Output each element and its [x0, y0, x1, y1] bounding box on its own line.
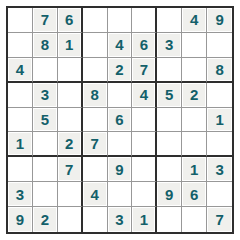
given-digit: 3 — [109, 208, 131, 231]
cell-r8c5[interactable] — [108, 182, 133, 207]
empty-cell — [109, 183, 131, 205]
cell-r9c5[interactable]: 3 — [108, 207, 133, 232]
given-digit: 2 — [109, 59, 131, 80]
empty-cell — [34, 158, 56, 180]
empty-cell — [208, 133, 231, 154]
cell-r2c4[interactable] — [83, 33, 108, 58]
cell-r9c2[interactable]: 2 — [33, 207, 58, 232]
given-digit: 2 — [34, 208, 56, 231]
cell-r5c5[interactable]: 6 — [108, 108, 133, 133]
empty-cell — [59, 84, 80, 106]
given-digit: 4 — [9, 59, 31, 80]
cell-r1c4[interactable] — [83, 8, 108, 33]
cell-r1c1[interactable] — [8, 8, 33, 33]
empty-cell — [9, 9, 31, 31]
cell-r7c2[interactable] — [33, 157, 58, 182]
cell-r3c6[interactable]: 7 — [132, 58, 157, 83]
given-digit: 2 — [183, 84, 205, 106]
cell-r5c8[interactable] — [182, 108, 207, 133]
empty-cell — [84, 9, 106, 31]
given-digit: 4 — [183, 9, 205, 31]
given-digit: 9 — [9, 208, 31, 231]
empty-cell — [133, 158, 154, 180]
cell-r8c2[interactable] — [33, 182, 58, 207]
given-digit: 5 — [34, 109, 56, 131]
empty-cell — [84, 158, 106, 180]
cell-r1c9[interactable]: 9 — [207, 8, 232, 33]
empty-cell — [208, 84, 231, 106]
cell-r3c2[interactable] — [33, 58, 58, 83]
given-digit: 1 — [208, 109, 231, 131]
empty-cell — [133, 183, 154, 205]
cell-r9c1[interactable]: 9 — [8, 207, 33, 232]
sudoku-app: 7649814634278384525611277913349692317 — [0, 0, 240, 240]
cell-r1c7[interactable] — [157, 8, 182, 33]
empty-cell — [84, 208, 106, 231]
empty-cell — [84, 34, 106, 56]
cell-r4c2[interactable]: 3 — [33, 83, 58, 108]
given-digit: 5 — [158, 84, 180, 106]
given-digit: 8 — [84, 84, 106, 106]
cell-r8c7[interactable]: 9 — [157, 182, 182, 207]
cell-r6c5[interactable] — [108, 132, 133, 157]
cell-r3c5[interactable]: 2 — [108, 58, 133, 83]
given-digit: 7 — [34, 9, 56, 31]
empty-cell — [158, 59, 180, 80]
cell-r2c5[interactable]: 4 — [108, 33, 133, 58]
sudoku-board: 7649814634278384525611277913349692317 — [6, 6, 234, 234]
cell-r2c9[interactable] — [207, 33, 232, 58]
given-digit: 3 — [9, 183, 31, 205]
given-digit: 6 — [183, 183, 205, 205]
empty-cell — [9, 109, 31, 131]
empty-cell — [84, 59, 106, 80]
empty-cell — [183, 59, 205, 80]
cell-r6c8[interactable] — [182, 132, 207, 157]
cell-r4c9[interactable] — [207, 83, 232, 108]
cell-r7c3[interactable]: 7 — [58, 157, 83, 182]
given-digit: 4 — [133, 84, 154, 106]
cell-r6c7[interactable] — [157, 132, 182, 157]
cell-r4c4[interactable]: 8 — [83, 83, 108, 108]
cell-r6c3[interactable]: 2 — [58, 132, 83, 157]
cell-r9c3[interactable] — [58, 207, 83, 232]
given-digit: 1 — [59, 34, 80, 56]
given-digit: 1 — [9, 133, 31, 154]
cell-r1c3[interactable]: 6 — [58, 8, 83, 33]
cell-r6c4[interactable]: 7 — [83, 132, 108, 157]
given-digit: 1 — [133, 208, 154, 231]
cell-r3c4[interactable] — [83, 58, 108, 83]
cell-r4c5[interactable] — [108, 83, 133, 108]
empty-cell — [158, 9, 180, 31]
given-digit: 3 — [208, 158, 231, 180]
cell-r3c7[interactable] — [157, 58, 182, 83]
cell-r2c7[interactable]: 3 — [157, 33, 182, 58]
given-digit: 8 — [208, 59, 231, 80]
empty-cell — [59, 183, 80, 205]
cell-r1c2[interactable]: 7 — [33, 8, 58, 33]
empty-cell — [34, 183, 56, 205]
given-digit: 6 — [133, 34, 154, 56]
empty-cell — [34, 59, 56, 80]
cell-r5c2[interactable]: 5 — [33, 108, 58, 133]
empty-cell — [158, 208, 180, 231]
cell-r5c7[interactable] — [157, 108, 182, 133]
cell-r8c6[interactable] — [132, 182, 157, 207]
cell-r5c4[interactable] — [83, 108, 108, 133]
cell-r3c3[interactable] — [58, 58, 83, 83]
given-digit: 4 — [84, 183, 106, 205]
cell-r2c3[interactable]: 1 — [58, 33, 83, 58]
empty-cell — [208, 34, 231, 56]
empty-cell — [183, 208, 205, 231]
empty-cell — [59, 109, 80, 131]
cell-r1c6[interactable] — [132, 8, 157, 33]
cell-r7c4[interactable] — [83, 157, 108, 182]
given-digit: 6 — [109, 109, 131, 131]
given-digit: 9 — [208, 9, 231, 31]
cell-r3c8[interactable] — [182, 58, 207, 83]
empty-cell — [133, 133, 154, 154]
cell-r9c7[interactable] — [157, 207, 182, 232]
cell-r1c8[interactable]: 4 — [182, 8, 207, 33]
cell-r9c4[interactable] — [83, 207, 108, 232]
cell-r8c9[interactable] — [207, 182, 232, 207]
empty-cell — [158, 133, 180, 154]
given-digit: 9 — [158, 183, 180, 205]
empty-cell — [109, 84, 131, 106]
given-digit: 7 — [59, 158, 80, 180]
cell-r6c2[interactable] — [33, 132, 58, 157]
cell-r6c1[interactable]: 1 — [8, 132, 33, 157]
empty-cell — [183, 34, 205, 56]
empty-cell — [59, 59, 80, 80]
empty-cell — [9, 84, 31, 106]
empty-cell — [9, 34, 31, 56]
empty-cell — [133, 9, 154, 31]
given-digit: 4 — [109, 34, 131, 56]
cell-r7c6[interactable] — [132, 157, 157, 182]
cell-r4c7[interactable]: 5 — [157, 83, 182, 108]
given-digit: 6 — [59, 9, 80, 31]
cell-r8c8[interactable]: 6 — [182, 182, 207, 207]
cell-r8c1[interactable]: 3 — [8, 182, 33, 207]
cell-r5c9[interactable]: 1 — [207, 108, 232, 133]
cell-r4c6[interactable]: 4 — [132, 83, 157, 108]
empty-cell — [59, 208, 80, 231]
cell-r9c6[interactable]: 1 — [132, 207, 157, 232]
empty-cell — [109, 133, 131, 154]
cell-r1c5[interactable] — [108, 8, 133, 33]
cell-r3c9[interactable]: 8 — [207, 58, 232, 83]
given-digit: 1 — [183, 158, 205, 180]
cell-r2c2[interactable]: 8 — [33, 33, 58, 58]
empty-cell — [158, 109, 180, 131]
given-digit: 7 — [133, 59, 154, 80]
given-digit: 7 — [208, 208, 231, 231]
cell-r8c4[interactable]: 4 — [83, 182, 108, 207]
empty-cell — [183, 109, 205, 131]
cell-r5c6[interactable] — [132, 108, 157, 133]
cell-r9c9[interactable]: 7 — [207, 207, 232, 232]
empty-cell — [158, 158, 180, 180]
cell-r4c1[interactable] — [8, 83, 33, 108]
given-digit: 3 — [158, 34, 180, 56]
cell-r2c6[interactable]: 6 — [132, 33, 157, 58]
empty-cell — [183, 133, 205, 154]
empty-cell — [208, 183, 231, 205]
cell-r5c3[interactable] — [58, 108, 83, 133]
cell-r8c3[interactable] — [58, 182, 83, 207]
cell-r3c1[interactable]: 4 — [8, 58, 33, 83]
cell-r2c1[interactable] — [8, 33, 33, 58]
cell-r6c9[interactable] — [207, 132, 232, 157]
cell-r9c8[interactable] — [182, 207, 207, 232]
given-digit: 2 — [59, 133, 80, 154]
cell-r7c5[interactable]: 9 — [108, 157, 133, 182]
cell-r4c3[interactable] — [58, 83, 83, 108]
cell-r7c9[interactable]: 3 — [207, 157, 232, 182]
given-digit: 7 — [84, 133, 106, 154]
empty-cell — [84, 109, 106, 131]
cell-r7c7[interactable] — [157, 157, 182, 182]
cell-r6c6[interactable] — [132, 132, 157, 157]
given-digit: 3 — [34, 84, 56, 106]
given-digit: 9 — [109, 158, 131, 180]
empty-cell — [109, 9, 131, 31]
cell-r7c8[interactable]: 1 — [182, 157, 207, 182]
empty-cell — [133, 109, 154, 131]
empty-cell — [34, 133, 56, 154]
cell-r7c1[interactable] — [8, 157, 33, 182]
cell-r4c8[interactable]: 2 — [182, 83, 207, 108]
empty-cell — [9, 158, 31, 180]
cell-r5c1[interactable] — [8, 108, 33, 133]
cell-r2c8[interactable] — [182, 33, 207, 58]
given-digit: 8 — [34, 34, 56, 56]
